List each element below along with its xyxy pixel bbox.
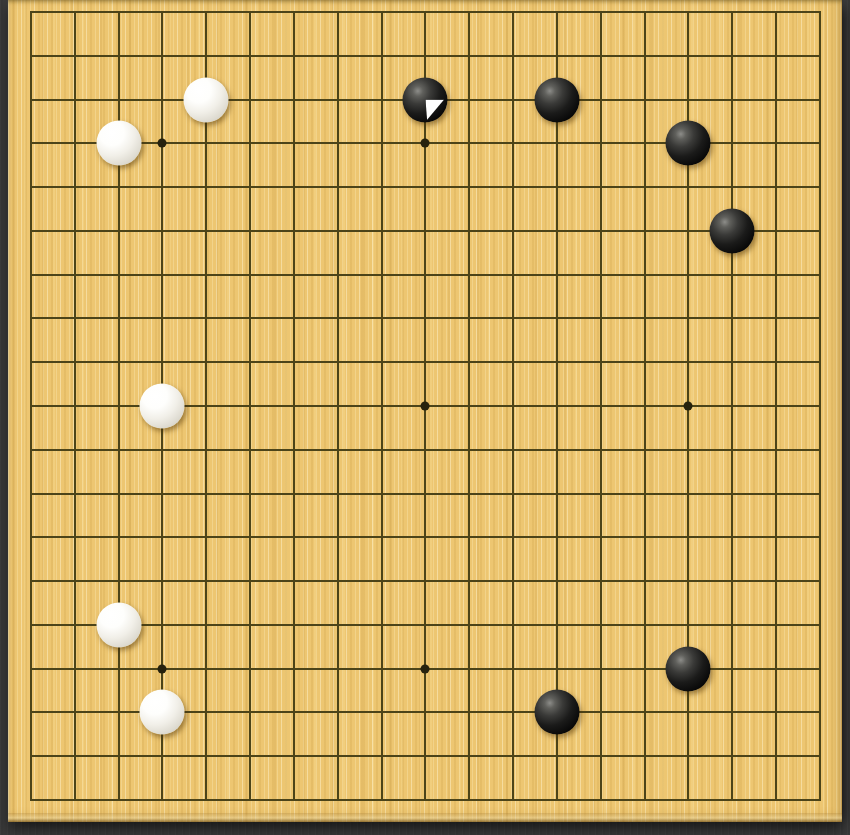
grid-line-vertical xyxy=(819,11,821,801)
black-stone xyxy=(403,77,448,122)
grid-line-vertical xyxy=(600,11,602,801)
star-point xyxy=(421,664,430,673)
grid-line-horizontal xyxy=(30,799,821,801)
white-stone xyxy=(140,384,185,429)
white-stone xyxy=(96,602,141,647)
grid-line-horizontal xyxy=(30,624,821,626)
star-point xyxy=(421,139,430,148)
white-stone xyxy=(184,77,229,122)
star-point xyxy=(158,664,167,673)
grid-line-vertical xyxy=(468,11,470,801)
grid-line-vertical xyxy=(644,11,646,801)
board-bottom-bevel xyxy=(8,813,842,822)
grid-line-vertical xyxy=(775,11,777,801)
grid-line-vertical xyxy=(556,11,558,801)
black-stone xyxy=(534,77,579,122)
star-point xyxy=(158,139,167,148)
white-stone xyxy=(96,121,141,166)
grid-line-horizontal xyxy=(30,493,821,495)
black-stone xyxy=(710,208,755,253)
grid-line-horizontal xyxy=(30,580,821,582)
black-stone xyxy=(666,121,711,166)
white-stone xyxy=(140,690,185,735)
go-board[interactable] xyxy=(8,0,842,822)
star-point xyxy=(684,402,693,411)
black-stone xyxy=(534,690,579,735)
star-point xyxy=(421,402,430,411)
app-background xyxy=(0,0,850,835)
last-move-triangle-marker xyxy=(425,100,445,121)
grid-line-vertical xyxy=(731,11,733,801)
grid-line-horizontal xyxy=(30,449,821,451)
grid-line-horizontal xyxy=(30,755,821,757)
grid-line-vertical xyxy=(512,11,514,801)
black-stone xyxy=(666,646,711,691)
grid-line-horizontal xyxy=(30,536,821,538)
